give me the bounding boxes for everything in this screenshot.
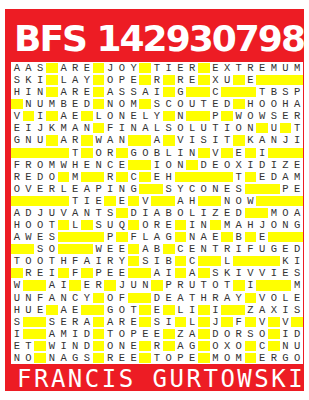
- letter-cell: T: [221, 279, 233, 291]
- empty-yellow-cell: [291, 147, 303, 159]
- empty-yellow-cell: [116, 207, 128, 219]
- letter-cell: F: [245, 243, 257, 255]
- letter-cell: E: [116, 352, 128, 364]
- letter-cell: L: [93, 110, 105, 122]
- empty-yellow-cell: [128, 195, 140, 207]
- letter-cell: A: [151, 207, 163, 219]
- empty-yellow-cell: [245, 292, 257, 304]
- letter-cell: D: [81, 328, 93, 340]
- letter-cell: M: [58, 328, 70, 340]
- letter-cell: E: [69, 183, 81, 195]
- letter-cell: N: [81, 122, 93, 134]
- letter-cell: N: [23, 98, 35, 110]
- empty-yellow-cell: [268, 255, 280, 267]
- letter-cell: H: [58, 255, 70, 267]
- letter-cell: F: [34, 292, 46, 304]
- letter-cell: D: [233, 207, 245, 219]
- letter-cell: G: [291, 219, 303, 231]
- letter-cell: X: [268, 304, 280, 316]
- letter-cell: M: [69, 171, 81, 183]
- letter-cell: E: [23, 171, 35, 183]
- empty-yellow-cell: [245, 86, 257, 98]
- letter-cell: W: [93, 134, 105, 146]
- letter-cell: A: [11, 231, 23, 243]
- letter-cell: A: [151, 267, 163, 279]
- letter-cell: G: [128, 147, 140, 159]
- letter-cell: E: [163, 219, 175, 231]
- letter-cell: P: [163, 279, 175, 291]
- letter-cell: G: [104, 304, 116, 316]
- letter-cell: S: [11, 74, 23, 86]
- empty-yellow-cell: [163, 243, 175, 255]
- empty-yellow-cell: [139, 74, 151, 86]
- letter-cell: U: [34, 98, 46, 110]
- letter-cell: T: [210, 243, 222, 255]
- letter-cell: V: [256, 292, 268, 304]
- letter-cell: E: [210, 62, 222, 74]
- empty-yellow-cell: [93, 98, 105, 110]
- letter-cell: U: [291, 340, 303, 352]
- letter-cell: I: [34, 74, 46, 86]
- letter-cell: S: [151, 98, 163, 110]
- empty-yellow-cell: [280, 74, 292, 86]
- letter-cell: T: [69, 195, 81, 207]
- letter-cell: L: [163, 147, 175, 159]
- letter-cell: I: [268, 159, 280, 171]
- letter-cell: O: [280, 207, 292, 219]
- letter-cell: I: [256, 147, 268, 159]
- letter-cell: A: [198, 231, 210, 243]
- letter-cell: X: [221, 62, 233, 74]
- empty-yellow-cell: [93, 328, 105, 340]
- letter-cell: V: [256, 267, 268, 279]
- letter-cell: H: [245, 98, 257, 110]
- letter-cell: B: [151, 243, 163, 255]
- letter-cell: A: [291, 98, 303, 110]
- letter-cell: O: [256, 98, 268, 110]
- letter-cell: D: [34, 171, 46, 183]
- empty-yellow-cell: [23, 316, 35, 328]
- letter-cell: R: [23, 159, 35, 171]
- letter-cell: I: [151, 159, 163, 171]
- letter-cell: N: [175, 159, 187, 171]
- letter-cell: A: [151, 134, 163, 146]
- empty-yellow-cell: [139, 304, 151, 316]
- empty-yellow-cell: [139, 340, 151, 352]
- letter-cell: J: [280, 134, 292, 146]
- letter-cell: O: [139, 147, 151, 159]
- letter-cell: V: [256, 316, 268, 328]
- empty-yellow-cell: [256, 122, 268, 134]
- letter-cell: M: [221, 219, 233, 231]
- letter-cell: H: [69, 159, 81, 171]
- letter-cell: U: [34, 134, 46, 146]
- letter-cell: Z: [175, 328, 187, 340]
- letter-cell: I: [221, 122, 233, 134]
- letter-cell: P: [104, 231, 116, 243]
- letter-cell: E: [210, 159, 222, 171]
- empty-yellow-cell: [81, 219, 93, 231]
- letter-cell: O: [11, 183, 23, 195]
- letter-cell: U: [221, 74, 233, 86]
- letter-cell: C: [186, 255, 198, 267]
- letter-cell: I: [23, 86, 35, 98]
- letter-cell: G: [69, 352, 81, 364]
- letter-cell: I: [104, 183, 116, 195]
- letter-cell: E: [104, 243, 116, 255]
- letter-cell: E: [128, 316, 140, 328]
- letter-cell: A: [58, 304, 70, 316]
- letter-cell: I: [11, 328, 23, 340]
- letter-cell: E: [256, 352, 268, 364]
- letter-cell: F: [11, 159, 23, 171]
- letter-cell: U: [280, 62, 292, 74]
- letter-cell: V: [58, 207, 70, 219]
- letter-cell: A: [151, 231, 163, 243]
- letter-cell: R: [104, 352, 116, 364]
- letter-cell: E: [186, 352, 198, 364]
- empty-yellow-cell: [268, 328, 280, 340]
- letter-cell: U: [186, 279, 198, 291]
- letter-cell: T: [151, 62, 163, 74]
- letter-cell: E: [280, 267, 292, 279]
- letter-cell: D: [268, 171, 280, 183]
- letter-cell: F: [233, 316, 245, 328]
- empty-yellow-cell: [256, 195, 268, 207]
- empty-yellow-cell: [291, 74, 303, 86]
- empty-yellow-cell: [198, 74, 210, 86]
- letter-cell: R: [268, 352, 280, 364]
- empty-yellow-cell: [46, 195, 58, 207]
- empty-yellow-cell: [175, 255, 187, 267]
- letter-cell: L: [58, 183, 70, 195]
- letter-cell: T: [151, 352, 163, 364]
- letter-cell: A: [256, 134, 268, 146]
- letter-cell: I: [186, 219, 198, 231]
- letter-cell: D: [151, 292, 163, 304]
- letter-cell: I: [81, 195, 93, 207]
- letter-cell: M: [58, 122, 70, 134]
- empty-yellow-cell: [198, 304, 210, 316]
- letter-cell: D: [81, 340, 93, 352]
- letter-cell: K: [245, 134, 257, 146]
- empty-yellow-cell: [11, 147, 23, 159]
- empty-yellow-cell: [139, 292, 151, 304]
- empty-yellow-cell: [128, 219, 140, 231]
- empty-yellow-cell: [128, 243, 140, 255]
- letter-cell: D: [291, 243, 303, 255]
- empty-yellow-cell: [245, 340, 257, 352]
- letter-cell: P: [93, 183, 105, 195]
- empty-yellow-cell: [245, 352, 257, 364]
- letter-cell: A: [256, 304, 268, 316]
- letter-cell: H: [245, 219, 257, 231]
- letter-cell: B: [233, 231, 245, 243]
- letter-cell: T: [233, 62, 245, 74]
- letter-cell: M: [291, 279, 303, 291]
- red-cover-background: BFS 1429307982 AASAREJOYTIEREXTREMUMSKIL…: [5, 9, 304, 391]
- letter-cell: A: [280, 171, 292, 183]
- letter-cell: I: [210, 304, 222, 316]
- empty-yellow-cell: [151, 195, 163, 207]
- letter-cell: O: [104, 340, 116, 352]
- empty-yellow-cell: [139, 352, 151, 364]
- letter-cell: D: [81, 98, 93, 110]
- letter-cell: O: [268, 98, 280, 110]
- empty-yellow-cell: [128, 267, 140, 279]
- letter-cell: M: [291, 171, 303, 183]
- letter-cell: E: [69, 304, 81, 316]
- empty-yellow-cell: [34, 195, 46, 207]
- letter-cell: N: [186, 231, 198, 243]
- letter-cell: R: [151, 340, 163, 352]
- letter-cell: U: [23, 304, 35, 316]
- letter-cell: I: [291, 134, 303, 146]
- letter-cell: N: [198, 219, 210, 231]
- letter-cell: E: [256, 231, 268, 243]
- letter-cell: A: [46, 292, 58, 304]
- letter-cell: K: [46, 122, 58, 134]
- empty-yellow-cell: [186, 86, 198, 98]
- empty-yellow-cell: [163, 134, 175, 146]
- empty-yellow-cell: [221, 304, 233, 316]
- letter-cell: E: [245, 74, 257, 86]
- letter-cell: R: [69, 62, 81, 74]
- letter-cell: E: [210, 231, 222, 243]
- letter-cell: E: [81, 62, 93, 74]
- letter-cell: H: [198, 292, 210, 304]
- empty-yellow-cell: [46, 74, 58, 86]
- empty-yellow-cell: [104, 195, 116, 207]
- letter-cell: W: [245, 195, 257, 207]
- empty-yellow-cell: [69, 231, 81, 243]
- letter-cell: C: [210, 86, 222, 98]
- empty-yellow-cell: [186, 171, 198, 183]
- empty-yellow-cell: [233, 98, 245, 110]
- letter-cell: W: [233, 110, 245, 122]
- letter-cell: I: [245, 159, 257, 171]
- letter-cell: O: [245, 110, 257, 122]
- empty-yellow-cell: [256, 74, 268, 86]
- letter-cell: S: [291, 267, 303, 279]
- empty-yellow-cell: [58, 267, 70, 279]
- empty-yellow-cell: [128, 292, 140, 304]
- letter-cell: E: [210, 98, 222, 110]
- empty-yellow-cell: [58, 243, 70, 255]
- empty-yellow-cell: [58, 171, 70, 183]
- letter-cell: G: [175, 86, 187, 98]
- puzzle-grid: AASAREJOYTIEREXTREMUMSKILAYOPERREXUEHINA…: [11, 62, 303, 364]
- empty-yellow-cell: [163, 195, 175, 207]
- letter-cell: T: [46, 219, 58, 231]
- empty-yellow-cell: [81, 110, 93, 122]
- empty-yellow-cell: [93, 122, 105, 134]
- empty-yellow-cell: [93, 340, 105, 352]
- letter-cell: A: [81, 183, 93, 195]
- empty-yellow-cell: [34, 279, 46, 291]
- letter-cell: T: [256, 86, 268, 98]
- letter-cell: P: [116, 74, 128, 86]
- empty-yellow-cell: [268, 316, 280, 328]
- letter-cell: Y: [81, 292, 93, 304]
- letter-cell: D: [221, 98, 233, 110]
- empty-yellow-cell: [198, 267, 210, 279]
- empty-yellow-cell: [93, 62, 105, 74]
- letter-cell: F: [116, 292, 128, 304]
- empty-yellow-cell: [291, 231, 303, 243]
- letter-cell: Y: [81, 74, 93, 86]
- empty-yellow-cell: [198, 352, 210, 364]
- letter-cell: O: [268, 292, 280, 304]
- letter-cell: N: [34, 86, 46, 98]
- letter-cell: A: [104, 134, 116, 146]
- letter-cell: I: [233, 243, 245, 255]
- letter-cell: A: [46, 328, 58, 340]
- empty-yellow-cell: [139, 183, 151, 195]
- empty-yellow-cell: [139, 134, 151, 146]
- letter-cell: L: [221, 255, 233, 267]
- letter-cell: U: [46, 207, 58, 219]
- letter-cell: D: [128, 207, 140, 219]
- letter-cell: Y: [128, 62, 140, 74]
- letter-cell: U: [128, 279, 140, 291]
- letter-cell: R: [233, 328, 245, 340]
- letter-cell: E: [291, 159, 303, 171]
- letter-cell: O: [23, 255, 35, 267]
- empty-yellow-cell: [46, 147, 58, 159]
- letter-cell: E: [175, 62, 187, 74]
- empty-yellow-cell: [221, 86, 233, 98]
- empty-yellow-cell: [46, 134, 58, 146]
- letter-cell: X: [233, 159, 245, 171]
- letter-cell: E: [151, 328, 163, 340]
- empty-yellow-cell: [139, 316, 151, 328]
- empty-yellow-cell: [175, 267, 187, 279]
- empty-yellow-cell: [23, 195, 35, 207]
- letter-cell: N: [186, 147, 198, 159]
- letter-cell: E: [221, 207, 233, 219]
- empty-yellow-cell: [128, 255, 140, 267]
- letter-cell: E: [186, 243, 198, 255]
- letter-cell: I: [34, 110, 46, 122]
- empty-yellow-cell: [69, 243, 81, 255]
- empty-yellow-cell: [93, 316, 105, 328]
- letter-cell: A: [69, 122, 81, 134]
- letter-cell: A: [58, 352, 70, 364]
- letter-cell: N: [116, 134, 128, 146]
- letter-cell: Y: [175, 183, 187, 195]
- letter-cell: B: [58, 98, 70, 110]
- letter-cell: R: [221, 243, 233, 255]
- letter-cell: L: [139, 231, 151, 243]
- letter-cell: R: [69, 316, 81, 328]
- letter-cell: E: [69, 98, 81, 110]
- letter-cell: R: [151, 74, 163, 86]
- letter-cell: I: [163, 316, 175, 328]
- empty-yellow-cell: [81, 134, 93, 146]
- letter-cell: X: [221, 340, 233, 352]
- letter-cell: T: [104, 328, 116, 340]
- letter-cell: N: [198, 243, 210, 255]
- letter-cell: G: [280, 352, 292, 364]
- empty-yellow-cell: [233, 255, 245, 267]
- letter-cell: N: [280, 340, 292, 352]
- letter-cell: N: [69, 340, 81, 352]
- empty-yellow-cell: [81, 171, 93, 183]
- letter-cell: A: [104, 316, 116, 328]
- letter-cell: O: [233, 195, 245, 207]
- letter-cell: R: [151, 219, 163, 231]
- letter-cell: G: [11, 134, 23, 146]
- letter-cell: N: [175, 110, 187, 122]
- empty-yellow-cell: [93, 304, 105, 316]
- letter-cell: A: [69, 74, 81, 86]
- letter-cell: O: [268, 219, 280, 231]
- letter-cell: Z: [210, 207, 222, 219]
- empty-yellow-cell: [198, 255, 210, 267]
- letter-cell: E: [256, 171, 268, 183]
- letter-cell: O: [163, 159, 175, 171]
- letter-cell: I: [210, 134, 222, 146]
- empty-yellow-cell: [58, 219, 70, 231]
- empty-yellow-cell: [198, 110, 210, 122]
- empty-yellow-cell: [186, 110, 198, 122]
- letter-cell: F: [69, 255, 81, 267]
- letter-cell: V: [175, 134, 187, 146]
- letter-cell: A: [69, 207, 81, 219]
- empty-yellow-cell: [58, 195, 70, 207]
- letter-cell: E: [128, 110, 140, 122]
- empty-yellow-cell: [268, 340, 280, 352]
- letter-cell: S: [128, 86, 140, 98]
- empty-yellow-cell: [221, 171, 233, 183]
- letter-cell: P: [291, 86, 303, 98]
- empty-yellow-cell: [210, 171, 222, 183]
- letter-cell: A: [58, 86, 70, 98]
- book-title: BFS 1429307982: [14, 18, 306, 60]
- letter-cell: N: [11, 352, 23, 364]
- letter-cell: M: [233, 352, 245, 364]
- letter-cell: N: [46, 352, 58, 364]
- letter-cell: S: [245, 328, 257, 340]
- empty-yellow-cell: [139, 171, 151, 183]
- empty-yellow-cell: [245, 171, 257, 183]
- empty-yellow-cell: [233, 86, 245, 98]
- letter-cell: R: [116, 316, 128, 328]
- empty-yellow-cell: [163, 110, 175, 122]
- empty-yellow-cell: [11, 98, 23, 110]
- letter-cell: A: [175, 195, 187, 207]
- letter-cell: N: [210, 183, 222, 195]
- letter-cell: O: [93, 147, 105, 159]
- letter-cell: M: [46, 98, 58, 110]
- letter-cell: O: [104, 292, 116, 304]
- letter-cell: I: [186, 304, 198, 316]
- empty-yellow-cell: [198, 147, 210, 159]
- letter-cell: Y: [116, 255, 128, 267]
- letter-cell: N: [23, 134, 35, 146]
- empty-yellow-cell: [268, 147, 280, 159]
- empty-yellow-cell: [58, 231, 70, 243]
- letter-cell: N: [139, 279, 151, 291]
- letter-cell: O: [175, 122, 187, 134]
- author-name: FRANCIS GURTOWSKI: [17, 364, 309, 394]
- letter-cell: E: [81, 86, 93, 98]
- letter-cell: A: [139, 243, 151, 255]
- letter-cell: I: [198, 207, 210, 219]
- letter-cell: R: [175, 74, 187, 86]
- letter-cell: O: [46, 171, 58, 183]
